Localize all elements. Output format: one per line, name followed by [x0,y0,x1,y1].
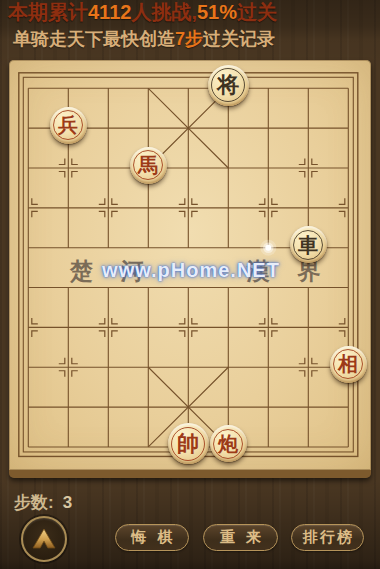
undo-button[interactable]: 悔棋 [115,524,189,551]
text-segment: 本期累计 [8,1,88,23]
piece-glyph: 帥 [168,423,209,464]
text-segment: 人挑战, [131,1,197,23]
text-segment: 7步 [175,29,203,49]
text-segment: 过关 [237,1,277,23]
step-counter-value: 3 [63,493,72,512]
piece-glyph: 炮 [210,425,247,462]
leaderboard-button[interactable]: 排行榜 [291,524,364,551]
text-segment: 4112 [88,1,131,23]
restart-button[interactable]: 重来 [203,524,278,551]
xiangqi-app: 本期累计4112人挑战,51%过关 单骑走天下最快创造7步过关记录 楚 河 漢 … [0,0,380,569]
text-segment: 单骑走天下最快创造 [13,29,175,49]
piece-red-horse[interactable]: 馬 [130,147,167,184]
piece-red-general[interactable]: 帥 [168,423,209,464]
leaderboard-button-label: 排行榜 [301,528,354,547]
restart-button-label: 重来 [209,528,272,547]
text-segment: 过关记录 [203,29,275,49]
piece-red-soldier[interactable]: 兵 [50,107,87,144]
chevron-up-icon [31,528,57,550]
piece-glyph: 兵 [50,107,87,144]
piece-glyph: 馬 [130,147,167,184]
challenge-stats-line: 本期累计4112人挑战,51%过关 [8,0,277,25]
step-counter: 步数:3 [14,491,72,514]
piece-red-cannon[interactable]: 炮 [210,425,247,462]
undo-button-label: 悔棋 [121,528,184,547]
piece-red-elephant[interactable]: 相 [330,346,367,383]
piece-glyph: 車 [290,226,327,263]
scroll-up-button[interactable] [21,516,67,562]
step-counter-label: 步数: [14,493,54,512]
text-segment: 51% [197,1,237,23]
xiangqi-board[interactable]: 楚 河 漢 界 www.pHome.NET 将兵馬車相帥炮 [9,60,371,478]
piece-glyph: 将 [208,65,249,106]
piece-black-general[interactable]: 将 [208,65,249,106]
record-line: 单骑走天下最快创造7步过关记录 [13,27,275,52]
watermark: www.pHome.NET [102,259,280,282]
piece-black-chariot[interactable]: 車 [290,226,327,263]
piece-glyph: 相 [330,346,367,383]
